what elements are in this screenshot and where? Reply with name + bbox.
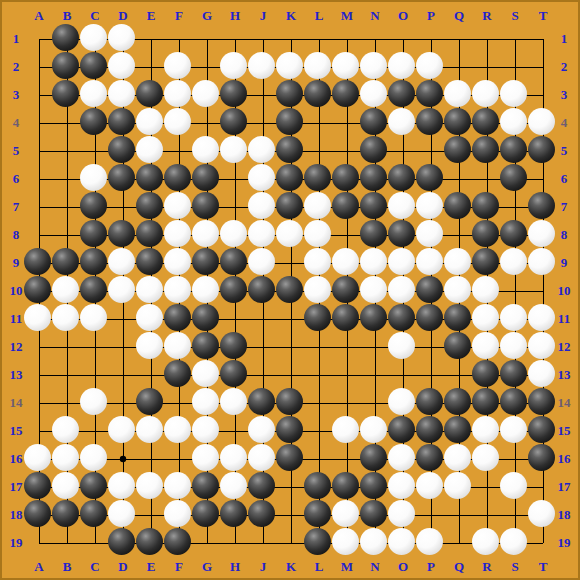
intersection[interactable] — [219, 527, 247, 555]
intersection[interactable] — [191, 443, 219, 471]
intersection[interactable] — [443, 23, 471, 51]
intersection[interactable] — [51, 23, 79, 51]
intersection[interactable] — [387, 135, 415, 163]
intersection[interactable] — [135, 527, 163, 555]
intersection[interactable] — [79, 275, 107, 303]
intersection[interactable] — [471, 527, 499, 555]
intersection[interactable] — [415, 79, 443, 107]
intersection[interactable] — [331, 387, 359, 415]
intersection[interactable] — [415, 331, 443, 359]
intersection[interactable] — [527, 331, 555, 359]
intersection[interactable] — [135, 247, 163, 275]
intersection[interactable] — [471, 359, 499, 387]
intersection[interactable] — [191, 51, 219, 79]
intersection[interactable] — [527, 79, 555, 107]
intersection[interactable] — [191, 303, 219, 331]
intersection[interactable] — [443, 303, 471, 331]
intersection[interactable] — [415, 135, 443, 163]
intersection[interactable] — [23, 499, 51, 527]
intersection[interactable] — [387, 331, 415, 359]
intersection[interactable] — [527, 191, 555, 219]
intersection[interactable] — [359, 23, 387, 51]
intersection[interactable] — [135, 107, 163, 135]
intersection[interactable] — [275, 415, 303, 443]
intersection[interactable] — [331, 191, 359, 219]
intersection[interactable] — [219, 359, 247, 387]
intersection[interactable] — [387, 527, 415, 555]
intersection[interactable] — [527, 471, 555, 499]
intersection[interactable] — [331, 443, 359, 471]
intersection[interactable] — [79, 415, 107, 443]
intersection[interactable] — [107, 247, 135, 275]
intersection[interactable] — [443, 359, 471, 387]
intersection[interactable] — [499, 135, 527, 163]
intersection[interactable] — [303, 219, 331, 247]
intersection[interactable] — [331, 163, 359, 191]
intersection[interactable] — [499, 359, 527, 387]
intersection[interactable] — [247, 415, 275, 443]
intersection[interactable] — [79, 23, 107, 51]
intersection[interactable] — [359, 163, 387, 191]
intersection[interactable] — [107, 107, 135, 135]
intersection[interactable] — [359, 79, 387, 107]
intersection[interactable] — [79, 191, 107, 219]
intersection[interactable] — [23, 51, 51, 79]
intersection[interactable] — [499, 247, 527, 275]
intersection[interactable] — [51, 359, 79, 387]
intersection[interactable] — [135, 23, 163, 51]
intersection[interactable] — [79, 135, 107, 163]
intersection[interactable] — [331, 79, 359, 107]
intersection[interactable] — [275, 23, 303, 51]
intersection[interactable] — [303, 499, 331, 527]
intersection[interactable] — [303, 191, 331, 219]
intersection[interactable] — [79, 107, 107, 135]
intersection[interactable] — [23, 471, 51, 499]
intersection[interactable] — [107, 471, 135, 499]
intersection[interactable] — [107, 275, 135, 303]
intersection[interactable] — [275, 359, 303, 387]
intersection[interactable] — [359, 331, 387, 359]
intersection[interactable] — [247, 527, 275, 555]
intersection[interactable] — [499, 527, 527, 555]
intersection[interactable] — [275, 107, 303, 135]
intersection[interactable] — [23, 415, 51, 443]
intersection[interactable] — [191, 23, 219, 51]
intersection[interactable] — [331, 331, 359, 359]
intersection[interactable] — [51, 107, 79, 135]
intersection[interactable] — [51, 163, 79, 191]
intersection[interactable] — [51, 51, 79, 79]
intersection[interactable] — [107, 23, 135, 51]
intersection[interactable] — [79, 163, 107, 191]
intersection[interactable] — [219, 191, 247, 219]
intersection[interactable] — [275, 499, 303, 527]
intersection[interactable] — [51, 527, 79, 555]
intersection[interactable] — [247, 359, 275, 387]
intersection[interactable] — [443, 135, 471, 163]
intersection[interactable] — [135, 499, 163, 527]
intersection[interactable] — [163, 359, 191, 387]
intersection[interactable] — [415, 107, 443, 135]
intersection[interactable] — [387, 471, 415, 499]
intersection[interactable] — [51, 303, 79, 331]
intersection[interactable] — [527, 359, 555, 387]
intersection[interactable] — [163, 219, 191, 247]
intersection[interactable] — [443, 51, 471, 79]
intersection[interactable] — [79, 219, 107, 247]
intersection[interactable] — [499, 303, 527, 331]
intersection[interactable] — [471, 331, 499, 359]
intersection[interactable] — [51, 331, 79, 359]
intersection[interactable] — [331, 499, 359, 527]
intersection[interactable] — [135, 163, 163, 191]
intersection[interactable] — [303, 303, 331, 331]
intersection[interactable] — [219, 471, 247, 499]
intersection[interactable] — [247, 107, 275, 135]
intersection[interactable] — [219, 387, 247, 415]
intersection[interactable] — [331, 23, 359, 51]
intersection[interactable] — [415, 275, 443, 303]
intersection[interactable] — [107, 219, 135, 247]
intersection[interactable] — [359, 527, 387, 555]
intersection[interactable] — [23, 247, 51, 275]
intersection[interactable] — [527, 219, 555, 247]
intersection[interactable] — [135, 79, 163, 107]
intersection[interactable] — [499, 51, 527, 79]
intersection[interactable] — [303, 471, 331, 499]
intersection[interactable] — [415, 499, 443, 527]
intersection[interactable] — [191, 415, 219, 443]
intersection[interactable] — [135, 135, 163, 163]
intersection[interactable] — [303, 79, 331, 107]
intersection[interactable] — [527, 415, 555, 443]
intersection[interactable] — [359, 303, 387, 331]
intersection[interactable] — [499, 163, 527, 191]
intersection[interactable] — [527, 499, 555, 527]
intersection[interactable] — [191, 163, 219, 191]
intersection[interactable] — [51, 191, 79, 219]
intersection[interactable] — [191, 219, 219, 247]
intersection[interactable] — [135, 275, 163, 303]
intersection[interactable] — [79, 359, 107, 387]
intersection[interactable] — [51, 135, 79, 163]
intersection[interactable] — [191, 79, 219, 107]
intersection[interactable] — [247, 443, 275, 471]
intersection[interactable] — [219, 23, 247, 51]
intersection[interactable] — [443, 219, 471, 247]
intersection[interactable] — [51, 387, 79, 415]
intersection[interactable] — [303, 163, 331, 191]
intersection[interactable] — [415, 471, 443, 499]
intersection[interactable] — [79, 247, 107, 275]
intersection[interactable] — [303, 247, 331, 275]
intersection[interactable] — [387, 387, 415, 415]
intersection[interactable] — [135, 415, 163, 443]
intersection[interactable] — [135, 303, 163, 331]
intersection[interactable] — [303, 331, 331, 359]
intersection[interactable] — [415, 443, 443, 471]
intersection[interactable] — [247, 79, 275, 107]
intersection[interactable] — [471, 247, 499, 275]
intersection[interactable] — [135, 359, 163, 387]
intersection[interactable] — [247, 247, 275, 275]
intersection[interactable] — [415, 359, 443, 387]
intersection[interactable] — [163, 471, 191, 499]
intersection[interactable] — [471, 51, 499, 79]
intersection[interactable] — [191, 107, 219, 135]
intersection[interactable] — [107, 303, 135, 331]
intersection[interactable] — [443, 79, 471, 107]
intersection[interactable] — [163, 443, 191, 471]
intersection[interactable] — [359, 51, 387, 79]
intersection[interactable] — [303, 275, 331, 303]
intersection[interactable] — [23, 219, 51, 247]
intersection[interactable] — [163, 79, 191, 107]
intersection[interactable] — [79, 51, 107, 79]
intersection[interactable] — [331, 359, 359, 387]
intersection[interactable] — [471, 107, 499, 135]
intersection[interactable] — [247, 219, 275, 247]
intersection[interactable] — [471, 471, 499, 499]
intersection[interactable] — [275, 79, 303, 107]
intersection[interactable] — [471, 275, 499, 303]
intersection[interactable] — [331, 247, 359, 275]
intersection[interactable] — [387, 23, 415, 51]
intersection[interactable] — [247, 23, 275, 51]
intersection[interactable] — [191, 135, 219, 163]
intersection[interactable] — [303, 443, 331, 471]
intersection[interactable] — [107, 527, 135, 555]
intersection[interactable] — [443, 499, 471, 527]
intersection[interactable] — [275, 163, 303, 191]
intersection[interactable] — [527, 107, 555, 135]
intersection[interactable] — [471, 443, 499, 471]
intersection[interactable] — [51, 247, 79, 275]
intersection[interactable] — [499, 219, 527, 247]
intersection[interactable] — [331, 471, 359, 499]
intersection[interactable] — [387, 359, 415, 387]
intersection[interactable] — [107, 163, 135, 191]
intersection[interactable] — [247, 191, 275, 219]
intersection[interactable] — [415, 219, 443, 247]
intersection[interactable] — [191, 275, 219, 303]
intersection[interactable] — [387, 219, 415, 247]
intersection[interactable] — [415, 23, 443, 51]
intersection[interactable] — [331, 135, 359, 163]
intersection[interactable] — [387, 303, 415, 331]
intersection[interactable] — [303, 527, 331, 555]
intersection[interactable] — [275, 303, 303, 331]
intersection[interactable] — [471, 303, 499, 331]
intersection[interactable] — [23, 275, 51, 303]
intersection[interactable] — [219, 275, 247, 303]
intersection[interactable] — [219, 107, 247, 135]
intersection[interactable] — [387, 443, 415, 471]
intersection[interactable] — [359, 471, 387, 499]
intersection[interactable] — [359, 359, 387, 387]
intersection[interactable] — [387, 191, 415, 219]
intersection[interactable] — [191, 499, 219, 527]
intersection[interactable] — [219, 247, 247, 275]
intersection[interactable] — [23, 107, 51, 135]
intersection[interactable] — [275, 191, 303, 219]
intersection[interactable] — [51, 415, 79, 443]
intersection[interactable] — [415, 191, 443, 219]
intersection[interactable] — [499, 499, 527, 527]
intersection[interactable] — [79, 387, 107, 415]
intersection[interactable] — [219, 415, 247, 443]
intersection[interactable] — [219, 51, 247, 79]
intersection[interactable] — [79, 79, 107, 107]
intersection[interactable] — [163, 331, 191, 359]
intersection[interactable] — [219, 79, 247, 107]
intersection[interactable] — [23, 527, 51, 555]
intersection[interactable] — [23, 443, 51, 471]
intersection[interactable] — [359, 499, 387, 527]
intersection[interactable] — [23, 303, 51, 331]
intersection[interactable] — [527, 135, 555, 163]
intersection[interactable] — [163, 303, 191, 331]
intersection[interactable] — [107, 135, 135, 163]
intersection[interactable] — [23, 387, 51, 415]
intersection[interactable] — [247, 51, 275, 79]
intersection[interactable] — [415, 51, 443, 79]
intersection[interactable] — [359, 275, 387, 303]
intersection[interactable] — [135, 331, 163, 359]
intersection[interactable] — [499, 387, 527, 415]
intersection[interactable] — [163, 51, 191, 79]
intersection[interactable] — [247, 135, 275, 163]
intersection[interactable] — [247, 499, 275, 527]
intersection[interactable] — [23, 191, 51, 219]
intersection[interactable] — [499, 415, 527, 443]
intersection[interactable] — [247, 303, 275, 331]
intersection[interactable] — [415, 387, 443, 415]
intersection[interactable] — [331, 107, 359, 135]
intersection[interactable] — [219, 499, 247, 527]
intersection[interactable] — [107, 191, 135, 219]
intersection[interactable] — [471, 163, 499, 191]
intersection[interactable] — [219, 303, 247, 331]
intersection[interactable] — [275, 471, 303, 499]
intersection[interactable] — [247, 471, 275, 499]
intersection[interactable] — [359, 135, 387, 163]
intersection[interactable] — [275, 331, 303, 359]
intersection[interactable] — [499, 107, 527, 135]
intersection[interactable] — [79, 303, 107, 331]
intersection[interactable] — [331, 275, 359, 303]
intersection[interactable] — [387, 163, 415, 191]
intersection[interactable] — [303, 107, 331, 135]
intersection[interactable] — [527, 303, 555, 331]
intersection[interactable] — [527, 443, 555, 471]
intersection[interactable] — [527, 51, 555, 79]
intersection[interactable] — [79, 471, 107, 499]
intersection[interactable] — [471, 219, 499, 247]
intersection[interactable] — [163, 163, 191, 191]
intersection[interactable] — [471, 499, 499, 527]
intersection[interactable] — [163, 387, 191, 415]
intersection[interactable] — [303, 359, 331, 387]
intersection[interactable] — [191, 527, 219, 555]
intersection[interactable] — [443, 471, 471, 499]
intersection[interactable] — [387, 79, 415, 107]
intersection[interactable] — [303, 23, 331, 51]
intersection[interactable] — [359, 443, 387, 471]
intersection[interactable] — [191, 331, 219, 359]
intersection[interactable] — [331, 219, 359, 247]
intersection[interactable] — [247, 163, 275, 191]
intersection[interactable] — [163, 191, 191, 219]
intersection[interactable] — [275, 387, 303, 415]
intersection[interactable] — [387, 51, 415, 79]
intersection[interactable] — [107, 387, 135, 415]
intersection[interactable] — [499, 275, 527, 303]
intersection[interactable] — [303, 415, 331, 443]
intersection[interactable] — [443, 331, 471, 359]
intersection[interactable] — [359, 415, 387, 443]
intersection[interactable] — [135, 51, 163, 79]
intersection[interactable] — [219, 135, 247, 163]
intersection[interactable] — [107, 51, 135, 79]
intersection[interactable] — [163, 107, 191, 135]
intersection[interactable] — [443, 387, 471, 415]
intersection[interactable] — [135, 443, 163, 471]
intersection[interactable] — [331, 527, 359, 555]
intersection[interactable] — [331, 303, 359, 331]
intersection[interactable] — [107, 443, 135, 471]
intersection[interactable] — [303, 135, 331, 163]
intersection[interactable] — [331, 51, 359, 79]
intersection[interactable] — [303, 387, 331, 415]
intersection[interactable] — [275, 443, 303, 471]
intersection[interactable] — [51, 79, 79, 107]
intersection[interactable] — [471, 23, 499, 51]
intersection[interactable] — [163, 275, 191, 303]
intersection[interactable] — [51, 275, 79, 303]
intersection[interactable] — [107, 359, 135, 387]
intersection[interactable] — [219, 331, 247, 359]
intersection[interactable] — [51, 219, 79, 247]
intersection[interactable] — [471, 387, 499, 415]
intersection[interactable] — [527, 275, 555, 303]
intersection[interactable] — [359, 219, 387, 247]
intersection[interactable] — [443, 275, 471, 303]
intersection[interactable] — [191, 359, 219, 387]
intersection[interactable] — [247, 387, 275, 415]
intersection[interactable] — [191, 247, 219, 275]
intersection[interactable] — [275, 247, 303, 275]
intersection[interactable] — [359, 107, 387, 135]
intersection[interactable] — [247, 275, 275, 303]
intersection[interactable] — [23, 23, 51, 51]
intersection[interactable] — [23, 331, 51, 359]
intersection[interactable] — [219, 443, 247, 471]
intersection[interactable] — [499, 331, 527, 359]
intersection[interactable] — [443, 443, 471, 471]
intersection[interactable] — [527, 247, 555, 275]
intersection[interactable] — [191, 387, 219, 415]
intersection[interactable] — [527, 163, 555, 191]
intersection[interactable] — [415, 247, 443, 275]
intersection[interactable] — [443, 163, 471, 191]
intersection[interactable] — [23, 359, 51, 387]
intersection[interactable] — [443, 107, 471, 135]
intersection[interactable] — [359, 247, 387, 275]
intersection[interactable] — [163, 135, 191, 163]
intersection[interactable] — [499, 79, 527, 107]
